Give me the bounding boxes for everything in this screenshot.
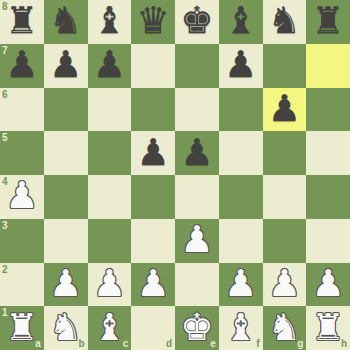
square-e6[interactable] [175, 88, 219, 132]
black-king[interactable]: ♚ [180, 2, 213, 39]
square-c4[interactable] [88, 175, 132, 219]
square-e4[interactable] [175, 175, 219, 219]
square-d5[interactable]: ♟ [131, 131, 175, 175]
black-pawn[interactable]: ♟ [5, 46, 38, 83]
white-knight[interactable]: ♞ [49, 309, 82, 346]
square-h8[interactable]: ♜ [306, 0, 350, 44]
square-g7[interactable] [263, 44, 307, 88]
square-d8[interactable]: ♛ [131, 0, 175, 44]
square-c3[interactable] [88, 219, 132, 263]
square-e2[interactable] [175, 263, 219, 307]
white-bishop[interactable]: ♝ [93, 309, 126, 346]
black-rook[interactable]: ♜ [5, 2, 38, 39]
square-d2[interactable]: ♟ [131, 263, 175, 307]
square-h6[interactable] [306, 88, 350, 132]
square-a4[interactable]: 4♟ [0, 175, 44, 219]
white-bishop[interactable]: ♝ [224, 309, 257, 346]
square-a5[interactable]: 5 [0, 131, 44, 175]
black-pawn[interactable]: ♟ [137, 134, 170, 171]
square-g5[interactable] [263, 131, 307, 175]
square-b5[interactable] [44, 131, 88, 175]
white-pawn[interactable]: ♟ [93, 265, 126, 302]
white-king[interactable]: ♚ [180, 309, 213, 346]
rank-label-2: 2 [2, 265, 8, 275]
square-f4[interactable] [219, 175, 263, 219]
square-c6[interactable] [88, 88, 132, 132]
rank-label-6: 6 [2, 90, 8, 100]
white-knight[interactable]: ♞ [268, 309, 301, 346]
square-f7[interactable]: ♟ [219, 44, 263, 88]
black-bishop[interactable]: ♝ [224, 2, 257, 39]
square-a1[interactable]: 1a♜ [0, 306, 44, 350]
square-f6[interactable] [219, 88, 263, 132]
square-d7[interactable] [131, 44, 175, 88]
black-pawn[interactable]: ♟ [268, 90, 301, 127]
white-pawn[interactable]: ♟ [137, 265, 170, 302]
square-d6[interactable] [131, 88, 175, 132]
square-b1[interactable]: b♞ [44, 306, 88, 350]
square-a7[interactable]: 7♟ [0, 44, 44, 88]
square-h7[interactable] [306, 44, 350, 88]
square-h3[interactable] [306, 219, 350, 263]
rank-label-3: 3 [2, 221, 8, 231]
square-f8[interactable]: ♝ [219, 0, 263, 44]
square-c5[interactable] [88, 131, 132, 175]
square-e7[interactable] [175, 44, 219, 88]
square-b7[interactable]: ♟ [44, 44, 88, 88]
square-d4[interactable] [131, 175, 175, 219]
square-b4[interactable] [44, 175, 88, 219]
square-h2[interactable]: ♟ [306, 263, 350, 307]
black-bishop[interactable]: ♝ [93, 2, 126, 39]
square-c1[interactable]: c♝ [88, 306, 132, 350]
square-h1[interactable]: h♜ [306, 306, 350, 350]
square-f3[interactable] [219, 219, 263, 263]
black-pawn[interactable]: ♟ [93, 46, 126, 83]
white-pawn[interactable]: ♟ [180, 221, 213, 258]
white-pawn[interactable]: ♟ [49, 265, 82, 302]
white-rook[interactable]: ♜ [5, 309, 38, 346]
square-h5[interactable] [306, 131, 350, 175]
square-g3[interactable] [263, 219, 307, 263]
square-c2[interactable]: ♟ [88, 263, 132, 307]
black-queen[interactable]: ♛ [137, 2, 170, 39]
square-f1[interactable]: f♝ [219, 306, 263, 350]
white-pawn[interactable]: ♟ [312, 265, 345, 302]
square-g4[interactable] [263, 175, 307, 219]
square-e1[interactable]: e♚ [175, 306, 219, 350]
square-b6[interactable] [44, 88, 88, 132]
file-label-d: d [166, 339, 172, 349]
white-rook[interactable]: ♜ [312, 309, 345, 346]
square-e8[interactable]: ♚ [175, 0, 219, 44]
square-a6[interactable]: 6 [0, 88, 44, 132]
white-pawn[interactable]: ♟ [268, 265, 301, 302]
black-pawn[interactable]: ♟ [180, 134, 213, 171]
square-d1[interactable]: d [131, 306, 175, 350]
black-rook[interactable]: ♜ [312, 2, 345, 39]
square-g1[interactable]: g♞ [263, 306, 307, 350]
square-f2[interactable]: ♟ [219, 263, 263, 307]
square-h4[interactable] [306, 175, 350, 219]
square-f5[interactable] [219, 131, 263, 175]
square-g8[interactable]: ♞ [263, 0, 307, 44]
square-a8[interactable]: 8♜ [0, 0, 44, 44]
square-e5[interactable]: ♟ [175, 131, 219, 175]
square-e3[interactable]: ♟ [175, 219, 219, 263]
black-knight[interactable]: ♞ [268, 2, 301, 39]
square-d3[interactable] [131, 219, 175, 263]
square-c8[interactable]: ♝ [88, 0, 132, 44]
square-b3[interactable] [44, 219, 88, 263]
square-b2[interactable]: ♟ [44, 263, 88, 307]
black-pawn[interactable]: ♟ [224, 46, 257, 83]
white-pawn[interactable]: ♟ [224, 265, 257, 302]
square-c7[interactable]: ♟ [88, 44, 132, 88]
square-g2[interactable]: ♟ [263, 263, 307, 307]
black-knight[interactable]: ♞ [49, 2, 82, 39]
square-a3[interactable]: 3 [0, 219, 44, 263]
chess-board: 8♜♞♝♛♚♝♞♜7♟♟♟♟6♟5♟♟4♟3♟2♟♟♟♟♟♟1a♜b♞c♝de♚… [0, 0, 350, 350]
square-b8[interactable]: ♞ [44, 0, 88, 44]
square-a2[interactable]: 2 [0, 263, 44, 307]
rank-label-5: 5 [2, 133, 8, 143]
square-g6[interactable]: ♟ [263, 88, 307, 132]
white-pawn[interactable]: ♟ [5, 177, 38, 214]
black-pawn[interactable]: ♟ [49, 46, 82, 83]
